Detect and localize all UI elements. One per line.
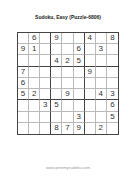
cell-r4c3: [40, 67, 51, 78]
cell-r2c4: [51, 44, 62, 55]
cell-r8c5: [62, 112, 73, 123]
cell-r5c6: [74, 78, 85, 89]
cell-r8c8: [96, 112, 107, 123]
cell-r3c3: [40, 55, 51, 66]
cell-r9c3: [40, 123, 51, 134]
cell-r3c9: [107, 55, 118, 66]
cell-r5c2: [29, 78, 40, 89]
cell-r5c9: [107, 78, 118, 89]
cell-r2c9: [107, 44, 118, 55]
cell-r1c8: [96, 33, 107, 44]
cell-r7c9: 6: [107, 100, 118, 111]
cell-r2c3: [40, 44, 51, 55]
cell-r2c7: [85, 44, 96, 55]
footer-url: www.printmysudoku.com: [0, 165, 136, 170]
cell-r7c3: 3: [40, 100, 51, 111]
cell-r8c6: 3: [74, 112, 85, 123]
cell-r1c3: [40, 33, 51, 44]
cell-r3c7: [85, 55, 96, 66]
cell-r1c5: [62, 33, 73, 44]
cell-r6c1: 5: [18, 89, 29, 100]
page-title: Sudoku, Easy (Puzzle-6806): [0, 14, 136, 20]
cell-r2c6: 6: [74, 44, 85, 55]
cell-r4c7: 9: [85, 67, 96, 78]
cell-r4c1: 7: [18, 67, 29, 78]
cell-r4c6: [74, 67, 85, 78]
cell-r7c5: [62, 100, 73, 111]
cell-r2c8: 3: [96, 44, 107, 55]
cell-r4c8: [96, 67, 107, 78]
cell-r4c5: [62, 67, 73, 78]
cell-r2c2: 1: [29, 44, 40, 55]
cell-r1c1: [18, 33, 29, 44]
cell-r2c5: [62, 44, 73, 55]
cell-r5c4: [51, 78, 62, 89]
cell-r1c2: 6: [29, 33, 40, 44]
cell-r9c1: [18, 123, 29, 134]
cell-r3c1: [18, 55, 29, 66]
cell-r6c4: [51, 89, 62, 100]
sudoku-board: 6948916342579652943356358792: [17, 32, 119, 135]
cell-r7c6: [74, 100, 85, 111]
cell-r8c7: [85, 112, 96, 123]
cell-r3c6: 5: [74, 55, 85, 66]
cell-r8c4: [51, 112, 62, 123]
cell-r1c7: 4: [85, 33, 96, 44]
cell-r8c9: 5: [107, 112, 118, 123]
cell-r7c2: [29, 100, 40, 111]
cell-r6c2: 2: [29, 89, 40, 100]
cell-r6c5: 9: [62, 89, 73, 100]
cell-r5c3: [40, 78, 51, 89]
cell-r8c1: [18, 112, 29, 123]
cell-r3c4: 4: [51, 55, 62, 66]
cell-r3c8: [96, 55, 107, 66]
cell-r1c9: 8: [107, 33, 118, 44]
cell-r1c4: 9: [51, 33, 62, 44]
cell-r6c7: [85, 89, 96, 100]
cell-r4c4: [51, 67, 62, 78]
cell-r4c9: [107, 67, 118, 78]
cell-r6c6: [74, 89, 85, 100]
cell-r7c4: 5: [51, 100, 62, 111]
cell-r9c9: [107, 123, 118, 134]
cell-r6c9: 3: [107, 89, 118, 100]
cell-r5c7: [85, 78, 96, 89]
cell-r6c3: [40, 89, 51, 100]
cell-r9c5: 7: [62, 123, 73, 134]
cell-r3c5: 2: [62, 55, 73, 66]
cell-r4c2: [29, 67, 40, 78]
cell-r5c5: [62, 78, 73, 89]
cell-r8c2: [29, 112, 40, 123]
cell-r7c1: [18, 100, 29, 111]
sudoku-print-page: Sudoku, Easy (Puzzle-6806) 6948916342579…: [0, 0, 136, 176]
cell-r2c1: 9: [18, 44, 29, 55]
cell-r5c8: [96, 78, 107, 89]
cell-r9c2: [29, 123, 40, 134]
cell-r7c7: [85, 100, 96, 111]
cell-r9c7: [85, 123, 96, 134]
cell-r1c6: [74, 33, 85, 44]
cell-r3c2: [29, 55, 40, 66]
cell-r6c8: 4: [96, 89, 107, 100]
cell-r7c8: [96, 100, 107, 111]
cell-r9c4: 8: [51, 123, 62, 134]
cell-r9c8: 2: [96, 123, 107, 134]
cell-r5c1: 6: [18, 78, 29, 89]
cell-r8c3: [40, 112, 51, 123]
cell-r9c6: 9: [74, 123, 85, 134]
